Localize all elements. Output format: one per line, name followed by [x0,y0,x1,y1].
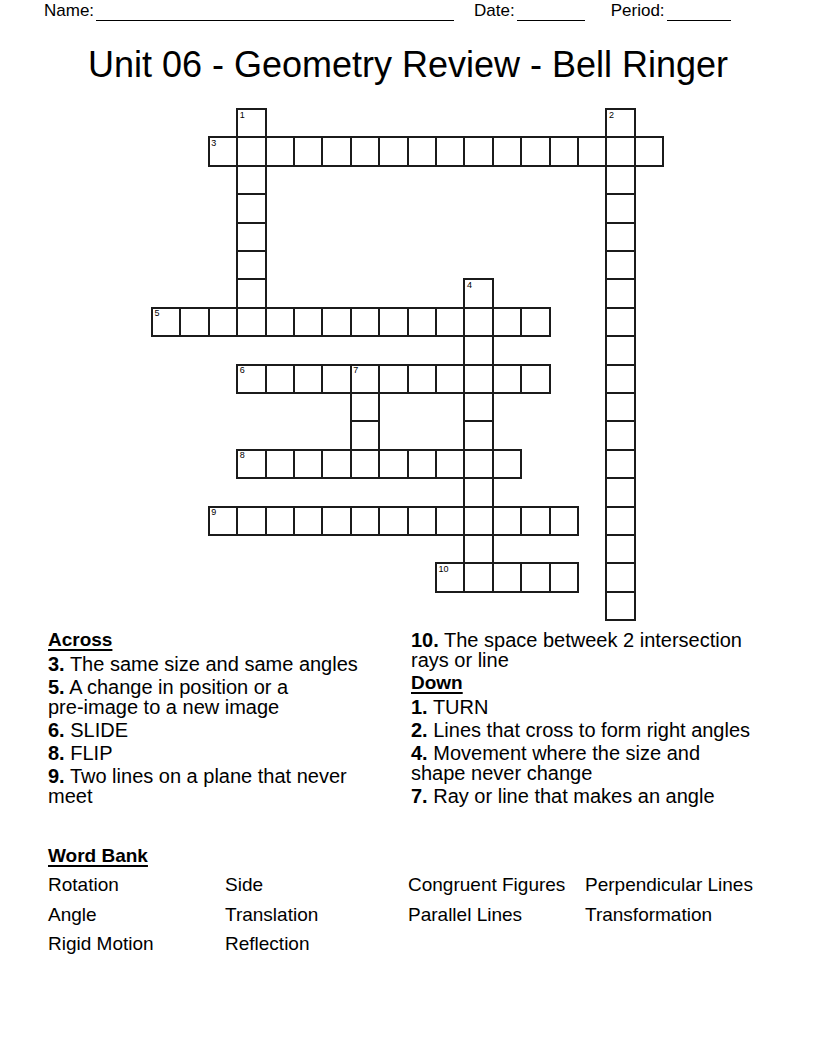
grid-cell-r9c8[interactable] [378,364,408,394]
grid-cell-r7c2[interactable] [208,307,238,337]
grid-cell-r9c12[interactable] [492,364,522,394]
grid-cell-r6c16[interactable] [605,278,635,308]
grid-cell-r1c5[interactable] [293,136,323,166]
grid-cell-r1c3[interactable] [236,136,266,166]
page-title: Unit 06 - Geometry Review - Bell Ringer [0,44,816,86]
grid-cell-r9c10[interactable] [435,364,465,394]
grid-cell-r9c5[interactable] [293,364,323,394]
grid-cell-r9c3[interactable]: 6 [236,364,266,394]
clue-number-7: 7 [353,366,358,375]
grid-cell-r7c6[interactable] [321,307,351,337]
grid-cell-r7c7[interactable] [350,307,380,337]
grid-cell-r14c14[interactable] [549,506,579,536]
grid-cell-r0c3[interactable]: 1 [236,108,266,138]
grid-cell-r3c16[interactable] [605,193,635,223]
grid-cell-r10c16[interactable] [605,392,635,422]
clue-number-4: 4 [467,281,472,290]
grid-cell-r16c14[interactable] [549,562,579,592]
grid-cell-r7c3[interactable] [236,307,266,337]
grid-cell-r1c14[interactable] [549,136,579,166]
grid-cell-r7c1[interactable] [179,307,209,337]
grid-cell-r7c0[interactable]: 5 [151,307,181,337]
grid-cell-r2c16[interactable] [605,165,635,195]
word-bank-rigid-motion: Rigid Motion [48,933,225,963]
grid-cell-r12c16[interactable] [605,449,635,479]
grid-cell-r12c4[interactable] [265,449,295,479]
grid-cell-r14c6[interactable] [321,506,351,536]
grid-cell-r9c7[interactable]: 7 [350,364,380,394]
grid-cell-r5c3[interactable] [236,250,266,280]
grid-cell-r1c2[interactable]: 3 [208,136,238,166]
clue-number-1: 1 [240,111,245,120]
word-bank-grid: RotationSideCongruent FiguresPerpendicul… [48,874,778,963]
grid-cell-r1c11[interactable] [463,136,493,166]
grid-cell-r9c13[interactable] [520,364,550,394]
grid-cell-r1c17[interactable] [634,136,664,166]
grid-cell-r14c12[interactable] [492,506,522,536]
clue-10: 10. The space betweek 2 intersection ray… [411,630,751,670]
grid-cell-r7c13[interactable] [520,307,550,337]
grid-cell-r11c7[interactable] [350,420,380,450]
grid-cell-r12c5[interactable] [293,449,323,479]
clue-number-9: 9 [211,508,216,517]
grid-cell-r9c11[interactable] [463,364,493,394]
grid-cell-r14c7[interactable] [350,506,380,536]
grid-cell-r1c13[interactable] [520,136,550,166]
grid-cell-r1c10[interactable] [435,136,465,166]
grid-cell-r16c10[interactable]: 10 [435,562,465,592]
grid-cell-r8c16[interactable] [605,335,635,365]
grid-cell-r1c9[interactable] [407,136,437,166]
grid-cell-r17c16[interactable] [605,591,635,621]
clue-3: 3. The same size and same angles [48,654,374,674]
grid-cell-r11c11[interactable] [463,420,493,450]
name-label: Name: [44,1,94,20]
grid-cell-r16c11[interactable] [463,562,493,592]
grid-cell-r16c16[interactable] [605,562,635,592]
grid-cell-r13c16[interactable] [605,477,635,507]
worksheet-page: Name:Date:Period: Unit 06 - Geometry Rev… [0,0,816,1056]
grid-cell-r1c15[interactable] [577,136,607,166]
grid-cell-r9c6[interactable] [321,364,351,394]
grid-cell-r12c11[interactable] [463,449,493,479]
date-label: Date: [474,1,515,20]
grid-cell-r12c8[interactable] [378,449,408,479]
grid-cell-r1c6[interactable] [321,136,351,166]
grid-cell-r12c6[interactable] [321,449,351,479]
word-bank-heading: Word Bank [48,846,778,866]
word-bank-translation: Translation [225,904,408,934]
clue-5: 5. A change in position or a pre‑image t… [48,677,374,717]
grid-cell-r2c3[interactable] [236,165,266,195]
word-bank-transformation: Transformation [585,904,778,934]
clue-1: 1. TURN [411,697,751,717]
grid-cell-r10c7[interactable] [350,392,380,422]
word-bank: Word Bank RotationSideCongruent FiguresP… [48,846,778,963]
grid-cell-r1c4[interactable] [265,136,295,166]
word-bank-reflection: Reflection [225,933,408,963]
clue-9: 9. Two lines on a plane that never meet [48,766,374,806]
grid-cell-r14c13[interactable] [520,506,550,536]
grid-cell-r15c11[interactable] [463,534,493,564]
clue-6: 6. SLIDE [48,720,374,740]
name-input-line[interactable] [96,3,454,21]
grid-cell-r7c11[interactable] [463,307,493,337]
grid-cell-r4c3[interactable] [236,222,266,252]
clue-number-6: 6 [240,366,245,375]
clue-number-2: 2 [609,111,614,120]
grid-cell-r7c9[interactable] [407,307,437,337]
down-clues-column: 10. The space betweek 2 intersection ray… [411,630,751,809]
grid-cell-r1c16[interactable] [605,136,635,166]
grid-cell-r14c8[interactable] [378,506,408,536]
clue-7: 7. Ray or line that makes an angle [411,786,751,806]
clue-8: 8. FLIP [48,743,374,763]
grid-cell-r8c11[interactable] [463,335,493,365]
clue-4: 4. Movement where the size and shape nev… [411,743,751,783]
across-clues-column: Across 3. The same size and same angles5… [48,630,374,809]
grid-cell-r9c9[interactable] [407,364,437,394]
grid-cell-r9c16[interactable] [605,364,635,394]
clue-number-5: 5 [155,309,160,318]
down-heading: Down [411,673,751,693]
grid-cell-r14c4[interactable] [265,506,295,536]
clue-2: 2. Lines that cross to form right angles [411,720,751,740]
grid-cell-r16c12[interactable] [492,562,522,592]
grid-cell-r13c11[interactable] [463,477,493,507]
grid-cell-r1c12[interactable] [492,136,522,166]
grid-cell-r7c12[interactable] [492,307,522,337]
clue-number-10: 10 [439,565,449,574]
word-bank-parallel-lines: Parallel Lines [408,904,585,934]
word-bank-angle: Angle [48,904,225,934]
grid-cell-r14c10[interactable] [435,506,465,536]
word-bank-perpendicular-lines: Perpendicular Lines [585,874,778,904]
grid-cell-r14c3[interactable] [236,506,266,536]
clue-number-8: 8 [240,451,245,460]
across-heading: Across [48,630,374,650]
grid-cell-r6c11[interactable]: 4 [463,278,493,308]
grid-cell-r12c3[interactable]: 8 [236,449,266,479]
grid-cell-r12c9[interactable] [407,449,437,479]
word-bank-rotation: Rotation [48,874,225,904]
grid-cell-r15c16[interactable] [605,534,635,564]
grid-cell-r12c7[interactable] [350,449,380,479]
grid-cell-r0c16[interactable]: 2 [605,108,635,138]
grid-cell-r7c10[interactable] [435,307,465,337]
grid-cell-r3c3[interactable] [236,193,266,223]
grid-cell-r14c11[interactable] [463,506,493,536]
grid-cell-r12c12[interactable] [492,449,522,479]
date-input-line[interactable] [517,3,585,21]
grid-cell-r7c5[interactable] [293,307,323,337]
grid-cell-r16c13[interactable] [520,562,550,592]
grid-cell-r11c16[interactable] [605,420,635,450]
word-bank-side: Side [225,874,408,904]
grid-cell-r14c5[interactable] [293,506,323,536]
grid-cell-r7c8[interactable] [378,307,408,337]
period-label: Period: [611,1,665,20]
grid-cell-r4c16[interactable] [605,222,635,252]
grid-cell-r5c16[interactable] [605,250,635,280]
grid-cell-r9c4[interactable] [265,364,295,394]
header: Name:Date:Period: [44,1,731,21]
crossword-grid: 12345678910 [151,108,665,622]
grid-cell-r1c8[interactable] [378,136,408,166]
grid-cell-r12c10[interactable] [435,449,465,479]
grid-cell-r10c11[interactable] [463,392,493,422]
grid-cell-r7c16[interactable] [605,307,635,337]
grid-cell-r14c9[interactable] [407,506,437,536]
grid-cell-r6c3[interactable] [236,278,266,308]
grid-cell-r14c16[interactable] [605,506,635,536]
period-input-line[interactable] [667,3,731,21]
clue-number-3: 3 [211,139,216,148]
grid-cell-r14c2[interactable]: 9 [208,506,238,536]
word-bank-congruent-figures: Congruent Figures [408,874,585,904]
grid-cell-r7c4[interactable] [265,307,295,337]
grid-cell-r1c7[interactable] [350,136,380,166]
